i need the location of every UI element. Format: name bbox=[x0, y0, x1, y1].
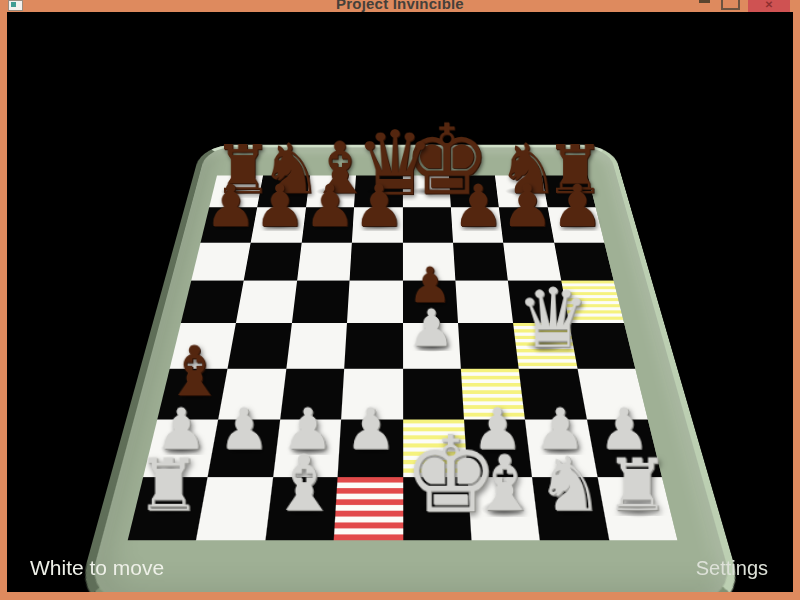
square-a6[interactable] bbox=[191, 242, 251, 280]
square-f6[interactable] bbox=[452, 242, 507, 280]
square-c4[interactable] bbox=[286, 322, 347, 368]
status-turn-text: White to move bbox=[30, 556, 164, 580]
square-d6[interactable] bbox=[349, 242, 402, 280]
window-titlebar: Project Invincible ✕ bbox=[0, 0, 800, 12]
square-b5[interactable] bbox=[236, 280, 297, 322]
app-window: Project Invincible ✕ ♜♞♝♛♚♞♜♟♟♟♟♟♟♟♟♟♛♝♟… bbox=[0, 0, 800, 600]
maximize-button[interactable] bbox=[721, 0, 740, 10]
square-e7[interactable] bbox=[402, 207, 452, 242]
board-plane: ♜♞♝♛♚♞♜♟♟♟♟♟♟♟♟♟♛♝♟♟♟♟♟♟♟♜♝♚♝♞♜ bbox=[127, 175, 677, 540]
window-title: Project Invincible bbox=[0, 0, 800, 11]
close-button[interactable]: ✕ bbox=[748, 0, 790, 12]
square-f5[interactable] bbox=[455, 280, 513, 322]
square-d1[interactable] bbox=[333, 476, 402, 540]
square-b4[interactable] bbox=[227, 322, 291, 368]
square-a5[interactable] bbox=[181, 280, 244, 322]
scene-3d: ♜♞♝♛♚♞♜♟♟♟♟♟♟♟♟♟♛♝♟♟♟♟♟♟♟♜♝♚♝♞♜ bbox=[7, 12, 793, 592]
game-scene: ♜♞♝♛♚♞♜♟♟♟♟♟♟♟♟♟♛♝♟♟♟♟♟♟♟♜♝♚♝♞♜ White to… bbox=[7, 12, 793, 592]
square-b1[interactable] bbox=[196, 476, 273, 540]
square-c6[interactable] bbox=[296, 242, 351, 280]
settings-button[interactable]: Settings bbox=[696, 557, 768, 580]
square-d4[interactable] bbox=[344, 322, 402, 368]
minimize-button[interactable] bbox=[699, 0, 710, 3]
square-c5[interactable] bbox=[291, 280, 349, 322]
square-b6[interactable] bbox=[244, 242, 301, 280]
square-d5[interactable] bbox=[347, 280, 402, 322]
square-f4[interactable] bbox=[457, 322, 518, 368]
